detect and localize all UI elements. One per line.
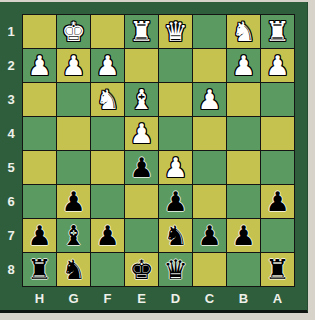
square-e7[interactable]	[125, 219, 158, 252]
square-e2[interactable]	[125, 49, 158, 82]
file-labels: HGFEDCBA	[23, 290, 294, 306]
square-g3[interactable]	[57, 83, 90, 116]
piece-black-pawn: ♟	[129, 151, 153, 184]
rank-label-4: 4	[0, 117, 22, 150]
piece-black-pawn: ♟	[231, 219, 255, 252]
square-g8[interactable]: ♞	[57, 253, 90, 286]
square-h5[interactable]	[23, 151, 56, 184]
square-f3[interactable]: ♞	[91, 83, 124, 116]
square-c7[interactable]: ♟	[193, 219, 226, 252]
file-label-f: F	[91, 290, 124, 306]
square-e6[interactable]	[125, 185, 158, 218]
piece-white-pawn: ♟	[197, 83, 221, 116]
piece-black-pawn: ♟	[197, 219, 221, 252]
square-a8[interactable]: ♜	[261, 253, 294, 286]
square-b1[interactable]: ♞	[227, 15, 260, 48]
piece-white-king: ♚	[61, 15, 85, 48]
rank-labels: 12345678	[0, 15, 22, 286]
square-b3[interactable]	[227, 83, 260, 116]
piece-white-knight: ♞	[231, 15, 255, 48]
square-d7[interactable]: ♞	[159, 219, 192, 252]
piece-black-knight: ♞	[163, 219, 187, 252]
square-d1[interactable]: ♛	[159, 15, 192, 48]
piece-black-pawn: ♟	[95, 219, 119, 252]
square-g7[interactable]: ♝	[57, 219, 90, 252]
piece-black-rook: ♜	[27, 253, 51, 286]
square-f1[interactable]	[91, 15, 124, 48]
square-d4[interactable]	[159, 117, 192, 150]
square-g1[interactable]: ♚	[57, 15, 90, 48]
square-b5[interactable]	[227, 151, 260, 184]
piece-white-rook: ♜	[265, 15, 289, 48]
square-g5[interactable]	[57, 151, 90, 184]
square-b6[interactable]	[227, 185, 260, 218]
piece-black-bishop: ♝	[61, 219, 85, 252]
screenshot-root: 12345678 ♚♜♛♞♜♟♟♟♟♟♞♝♟♟♟♟♟♟♟♟♝♟♞♟♟♜♞♚♛♜ …	[0, 0, 315, 320]
square-e8[interactable]: ♚	[125, 253, 158, 286]
square-h8[interactable]: ♜	[23, 253, 56, 286]
piece-white-pawn: ♟	[61, 49, 85, 82]
piece-black-queen: ♛	[163, 253, 187, 286]
square-c6[interactable]	[193, 185, 226, 218]
piece-black-knight: ♞	[61, 253, 85, 286]
square-a7[interactable]	[261, 219, 294, 252]
square-d2[interactable]	[159, 49, 192, 82]
piece-white-pawn: ♟	[95, 49, 119, 82]
rank-label-8: 8	[0, 253, 22, 286]
square-f2[interactable]: ♟	[91, 49, 124, 82]
square-a1[interactable]: ♜	[261, 15, 294, 48]
rank-label-1: 1	[0, 15, 22, 48]
rank-label-2: 2	[0, 49, 22, 82]
square-a3[interactable]	[261, 83, 294, 116]
square-h1[interactable]	[23, 15, 56, 48]
piece-white-bishop: ♝	[129, 83, 153, 116]
square-f7[interactable]: ♟	[91, 219, 124, 252]
square-a4[interactable]	[261, 117, 294, 150]
square-c8[interactable]	[193, 253, 226, 286]
piece-black-pawn: ♟	[27, 219, 51, 252]
square-c3[interactable]: ♟	[193, 83, 226, 116]
piece-black-king: ♚	[129, 253, 153, 286]
square-d8[interactable]: ♛	[159, 253, 192, 286]
chess-board: ♚♜♛♞♜♟♟♟♟♟♞♝♟♟♟♟♟♟♟♟♝♟♞♟♟♜♞♚♛♜	[22, 14, 295, 287]
piece-white-knight: ♞	[95, 83, 119, 116]
piece-white-queen: ♛	[163, 15, 187, 48]
square-g4[interactable]	[57, 117, 90, 150]
square-f8[interactable]	[91, 253, 124, 286]
square-h7[interactable]: ♟	[23, 219, 56, 252]
square-b7[interactable]: ♟	[227, 219, 260, 252]
square-h6[interactable]	[23, 185, 56, 218]
square-e5[interactable]: ♟	[125, 151, 158, 184]
piece-black-pawn: ♟	[265, 185, 289, 218]
rank-label-5: 5	[0, 151, 22, 184]
piece-white-pawn: ♟	[231, 49, 255, 82]
file-label-c: C	[193, 290, 226, 306]
square-a2[interactable]: ♟	[261, 49, 294, 82]
square-d5[interactable]: ♟	[159, 151, 192, 184]
piece-white-pawn: ♟	[163, 151, 187, 184]
square-a5[interactable]	[261, 151, 294, 184]
square-b8[interactable]	[227, 253, 260, 286]
square-c4[interactable]	[193, 117, 226, 150]
file-label-b: B	[227, 290, 260, 306]
square-f6[interactable]	[91, 185, 124, 218]
piece-white-rook: ♜	[129, 15, 153, 48]
square-d6[interactable]: ♟	[159, 185, 192, 218]
square-g2[interactable]: ♟	[57, 49, 90, 82]
square-c2[interactable]	[193, 49, 226, 82]
square-h3[interactable]	[23, 83, 56, 116]
square-c1[interactable]	[193, 15, 226, 48]
piece-white-pawn: ♟	[129, 117, 153, 150]
square-e3[interactable]: ♝	[125, 83, 158, 116]
square-g6[interactable]: ♟	[57, 185, 90, 218]
piece-white-pawn: ♟	[265, 49, 289, 82]
square-f5[interactable]	[91, 151, 124, 184]
square-c5[interactable]	[193, 151, 226, 184]
square-h4[interactable]	[23, 117, 56, 150]
file-label-a: A	[261, 290, 294, 306]
rank-label-6: 6	[0, 185, 22, 218]
square-e4[interactable]: ♟	[125, 117, 158, 150]
rank-label-3: 3	[0, 83, 22, 116]
rank-label-7: 7	[0, 219, 22, 252]
piece-white-pawn: ♟	[27, 49, 51, 82]
piece-black-pawn: ♟	[163, 185, 187, 218]
file-label-e: E	[125, 290, 158, 306]
square-b2[interactable]: ♟	[227, 49, 260, 82]
chess-board-frame: 12345678 ♚♜♛♞♜♟♟♟♟♟♞♝♟♟♟♟♟♟♟♟♝♟♞♟♟♜♞♚♛♜ …	[0, 2, 308, 313]
file-label-g: G	[57, 290, 90, 306]
piece-black-rook: ♜	[265, 253, 289, 286]
file-label-d: D	[159, 290, 192, 306]
file-label-h: H	[23, 290, 56, 306]
square-a6[interactable]: ♟	[261, 185, 294, 218]
square-e1[interactable]: ♜	[125, 15, 158, 48]
square-f4[interactable]	[91, 117, 124, 150]
square-h2[interactable]: ♟	[23, 49, 56, 82]
square-d3[interactable]	[159, 83, 192, 116]
square-b4[interactable]	[227, 117, 260, 150]
piece-black-pawn: ♟	[61, 185, 85, 218]
